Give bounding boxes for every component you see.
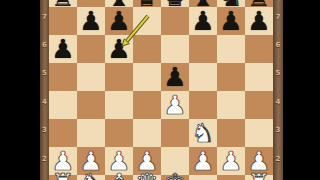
square-g4[interactable]	[217, 91, 245, 119]
rank-label-7-left: 7	[40, 14, 49, 21]
square-e4[interactable]: ♟	[161, 91, 189, 119]
square-c8[interactable]: ♝	[105, 0, 133, 7]
square-b3[interactable]	[77, 119, 105, 147]
chess-board: ♜♝♛♚♝♞♜♟♟♟♟♟♟♟♟♟♞♟♟♟♟♟♟♟♜♞♝♛♚♜	[49, 0, 273, 180]
piece-white-knight-b1[interactable]: ♞	[79, 169, 102, 180]
square-c5[interactable]	[105, 63, 133, 91]
square-a6[interactable]: ♟	[49, 35, 77, 63]
square-h5[interactable]	[245, 63, 273, 91]
rank-label-4-right: 4	[273, 99, 283, 106]
piece-black-pawn-e5[interactable]: ♟	[163, 63, 186, 91]
rank-label-6-left: 6	[40, 42, 49, 49]
square-f3[interactable]: ♞	[189, 119, 217, 147]
rank-label-3-right: 3	[273, 127, 283, 134]
square-f5[interactable]	[189, 63, 217, 91]
square-e3[interactable]	[161, 119, 189, 147]
piece-white-rook-h1[interactable]: ♜	[247, 169, 270, 180]
square-b4[interactable]	[77, 91, 105, 119]
piece-black-pawn-c6[interactable]: ♟	[107, 35, 130, 63]
square-b6[interactable]	[77, 35, 105, 63]
square-a1[interactable]: ♜	[49, 175, 77, 180]
piece-black-rook-h8[interactable]: ♜	[247, 0, 270, 11]
piece-black-pawn-b7[interactable]: ♟	[79, 7, 102, 35]
piece-white-bishop-c1[interactable]: ♝	[107, 169, 130, 180]
square-f4[interactable]	[189, 91, 217, 119]
square-a4[interactable]	[49, 91, 77, 119]
square-g5[interactable]	[217, 63, 245, 91]
square-f1[interactable]	[189, 175, 217, 180]
square-d4[interactable]	[133, 91, 161, 119]
board-border-left: 765432	[40, 0, 49, 180]
piece-black-queen-d8[interactable]: ♛	[135, 0, 158, 11]
square-g8[interactable]: ♞	[217, 0, 245, 7]
square-d1[interactable]: ♛	[133, 175, 161, 180]
rank-label-2-right: 2	[273, 156, 283, 163]
chess-app-window: 765432 ♜♝♛♚♝♞♜♟♟♟♟♟♟♟♟♟♞♟♟♟♟♟♟♟♜♞♝♛♚♜ 76…	[0, 0, 320, 180]
rank-label-5-left: 5	[40, 70, 49, 77]
square-g1[interactable]	[217, 175, 245, 180]
square-c4[interactable]	[105, 91, 133, 119]
square-a5[interactable]	[49, 63, 77, 91]
square-e8[interactable]: ♚	[161, 0, 189, 7]
square-e5[interactable]: ♟	[161, 63, 189, 91]
square-f6[interactable]	[189, 35, 217, 63]
square-a8[interactable]: ♜	[49, 0, 77, 7]
square-g2[interactable]: ♟	[217, 147, 245, 175]
square-a3[interactable]	[49, 119, 77, 147]
square-h8[interactable]: ♜	[245, 0, 273, 7]
piece-white-knight-f3[interactable]: ♞	[191, 119, 214, 147]
piece-white-rook-a1[interactable]: ♜	[51, 169, 74, 180]
rank-label-6-right: 6	[273, 42, 283, 49]
square-c3[interactable]	[105, 119, 133, 147]
square-d8[interactable]: ♛	[133, 0, 161, 7]
piece-black-knight-g8[interactable]: ♞	[219, 0, 242, 11]
chess-board-frame: 765432 ♜♝♛♚♝♞♜♟♟♟♟♟♟♟♟♟♞♟♟♟♟♟♟♟♜♞♝♛♚♜ 76…	[40, 0, 283, 180]
square-h4[interactable]	[245, 91, 273, 119]
square-d5[interactable]	[133, 63, 161, 91]
board-border-right: 765432	[273, 0, 283, 180]
square-b5[interactable]	[77, 63, 105, 91]
square-b1[interactable]: ♞	[77, 175, 105, 180]
rank-label-2-left: 2	[40, 156, 49, 163]
square-d6[interactable]	[133, 35, 161, 63]
square-c6[interactable]: ♟	[105, 35, 133, 63]
square-f2[interactable]: ♟	[189, 147, 217, 175]
piece-white-king-e1[interactable]: ♚	[163, 169, 186, 180]
piece-white-pawn-g2[interactable]: ♟	[219, 147, 242, 175]
piece-black-king-e8[interactable]: ♚	[163, 0, 186, 11]
piece-white-pawn-f2[interactable]: ♟	[191, 147, 214, 175]
rank-label-4-left: 4	[40, 99, 49, 106]
rank-label-5-right: 5	[273, 70, 283, 77]
square-h3[interactable]	[245, 119, 273, 147]
square-g3[interactable]	[217, 119, 245, 147]
piece-white-pawn-e4[interactable]: ♟	[163, 91, 186, 119]
square-g6[interactable]	[217, 35, 245, 63]
piece-black-rook-a8[interactable]: ♜	[51, 0, 74, 11]
piece-black-bishop-f8[interactable]: ♝	[191, 0, 214, 11]
piece-black-pawn-a6[interactable]: ♟	[51, 35, 74, 63]
square-b7[interactable]: ♟	[77, 7, 105, 35]
rank-label-3-left: 3	[40, 127, 49, 134]
square-c1[interactable]: ♝	[105, 175, 133, 180]
square-e6[interactable]	[161, 35, 189, 63]
square-h1[interactable]: ♜	[245, 175, 273, 180]
piece-black-bishop-c8[interactable]: ♝	[107, 0, 130, 11]
square-e1[interactable]: ♚	[161, 175, 189, 180]
square-h6[interactable]	[245, 35, 273, 63]
square-d3[interactable]	[133, 119, 161, 147]
square-f8[interactable]: ♝	[189, 0, 217, 7]
piece-white-queen-d1[interactable]: ♛	[135, 169, 158, 180]
rank-label-7-right: 7	[273, 14, 283, 21]
